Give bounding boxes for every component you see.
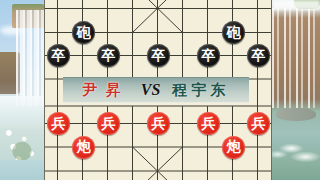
piece-red-soldier[interactable]: 兵 [197,112,220,135]
piece-red-soldier[interactable]: 兵 [47,112,70,135]
piece-black-soldier[interactable]: 卒 [197,44,220,67]
piece-black-soldier[interactable]: 卒 [47,44,70,67]
piece-black-soldier[interactable]: 卒 [247,44,270,67]
piece-black-soldier[interactable]: 卒 [97,44,120,67]
piece-red-soldier[interactable]: 兵 [247,112,270,135]
piece-red-cannon[interactable]: 炮 [72,136,95,159]
piece-red-soldier[interactable]: 兵 [147,112,170,135]
app-window: 砲砲卒卒卒卒兵卒兵兵兵兵炮炮 尹昇 VS 程宇东 [0,0,320,180]
piece-black-cannon[interactable]: 砲 [222,21,245,44]
piece-black-soldier[interactable]: 卒 [147,44,170,67]
piece-red-soldier[interactable]: 兵 [97,112,120,135]
piece-red-cannon[interactable]: 炮 [222,136,245,159]
player-name-black: 程宇东 [172,81,229,100]
piece-black-cannon[interactable]: 砲 [72,21,95,44]
match-banner: 尹昇 VS 程宇东 [63,77,249,103]
player-name-red: 尹昇 [83,81,129,100]
vs-label: VS [141,81,161,99]
